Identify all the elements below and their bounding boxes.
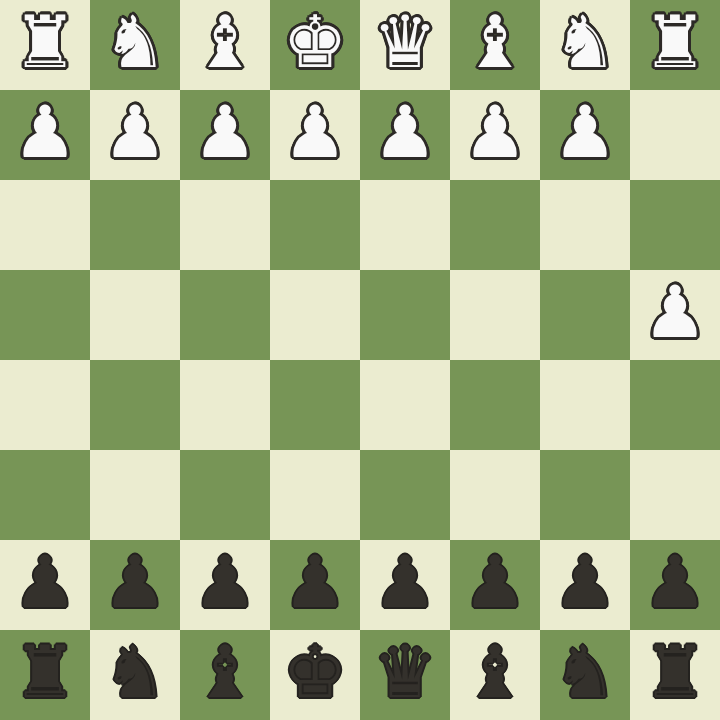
square-f7[interactable]: ♟ <box>180 540 270 630</box>
square-e2[interactable]: ♟ <box>270 90 360 180</box>
white-queen[interactable]: ♛ <box>373 0 438 87</box>
square-d4[interactable] <box>360 270 450 360</box>
square-g7[interactable]: ♟ <box>90 540 180 630</box>
square-c1[interactable]: ♝ <box>450 0 540 90</box>
black-bishop[interactable]: ♝ <box>193 630 258 717</box>
white-pawn[interactable]: ♟ <box>643 270 708 357</box>
square-f6[interactable] <box>180 450 270 540</box>
black-queen[interactable]: ♛ <box>373 630 438 717</box>
square-c5[interactable] <box>450 360 540 450</box>
white-knight[interactable]: ♞ <box>103 0 168 87</box>
square-b3[interactable] <box>540 180 630 270</box>
white-bishop[interactable]: ♝ <box>463 0 528 87</box>
square-a4[interactable]: ♟ <box>630 270 720 360</box>
square-d5[interactable] <box>360 360 450 450</box>
square-g6[interactable] <box>90 450 180 540</box>
square-c3[interactable] <box>450 180 540 270</box>
white-pawn[interactable]: ♟ <box>193 90 258 177</box>
square-g3[interactable] <box>90 180 180 270</box>
black-bishop[interactable]: ♝ <box>463 630 528 717</box>
square-e3[interactable] <box>270 180 360 270</box>
white-king[interactable]: ♚ <box>283 0 348 87</box>
square-b1[interactable]: ♞ <box>540 0 630 90</box>
square-a3[interactable] <box>630 180 720 270</box>
square-b4[interactable] <box>540 270 630 360</box>
square-e7[interactable]: ♟ <box>270 540 360 630</box>
square-c4[interactable] <box>450 270 540 360</box>
square-h8[interactable]: ♜ <box>0 630 90 720</box>
white-pawn[interactable]: ♟ <box>103 90 168 177</box>
black-pawn[interactable]: ♟ <box>643 540 708 627</box>
square-b6[interactable] <box>540 450 630 540</box>
square-a5[interactable] <box>630 360 720 450</box>
square-e5[interactable] <box>270 360 360 450</box>
square-h7[interactable]: ♟ <box>0 540 90 630</box>
square-a8[interactable]: ♜ <box>630 630 720 720</box>
square-b7[interactable]: ♟ <box>540 540 630 630</box>
black-pawn[interactable]: ♟ <box>553 540 618 627</box>
square-f5[interactable] <box>180 360 270 450</box>
square-c8[interactable]: ♝ <box>450 630 540 720</box>
white-rook[interactable]: ♜ <box>13 0 78 87</box>
chess-board: ♜♞♝♚♛♝♞♜♟♟♟♟♟♟♟♟♟♟♟♟♟♟♟♟♜♞♝♚♛♝♞♜ <box>0 0 720 720</box>
square-c7[interactable]: ♟ <box>450 540 540 630</box>
square-b8[interactable]: ♞ <box>540 630 630 720</box>
black-pawn[interactable]: ♟ <box>373 540 438 627</box>
square-f1[interactable]: ♝ <box>180 0 270 90</box>
square-a6[interactable] <box>630 450 720 540</box>
square-a2[interactable] <box>630 90 720 180</box>
black-pawn[interactable]: ♟ <box>13 540 78 627</box>
square-g8[interactable]: ♞ <box>90 630 180 720</box>
square-h5[interactable] <box>0 360 90 450</box>
white-pawn[interactable]: ♟ <box>553 90 618 177</box>
white-knight[interactable]: ♞ <box>553 0 618 87</box>
square-h1[interactable]: ♜ <box>0 0 90 90</box>
square-d2[interactable]: ♟ <box>360 90 450 180</box>
square-h4[interactable] <box>0 270 90 360</box>
square-g4[interactable] <box>90 270 180 360</box>
square-g2[interactable]: ♟ <box>90 90 180 180</box>
white-bishop[interactable]: ♝ <box>193 0 258 87</box>
black-rook[interactable]: ♜ <box>643 630 708 717</box>
square-e1[interactable]: ♚ <box>270 0 360 90</box>
square-b2[interactable]: ♟ <box>540 90 630 180</box>
square-c2[interactable]: ♟ <box>450 90 540 180</box>
square-g5[interactable] <box>90 360 180 450</box>
square-h6[interactable] <box>0 450 90 540</box>
square-h3[interactable] <box>0 180 90 270</box>
white-pawn[interactable]: ♟ <box>283 90 348 177</box>
square-f3[interactable] <box>180 180 270 270</box>
square-f8[interactable]: ♝ <box>180 630 270 720</box>
square-f4[interactable] <box>180 270 270 360</box>
square-d8[interactable]: ♛ <box>360 630 450 720</box>
white-pawn[interactable]: ♟ <box>463 90 528 177</box>
square-g1[interactable]: ♞ <box>90 0 180 90</box>
black-pawn[interactable]: ♟ <box>103 540 168 627</box>
square-d1[interactable]: ♛ <box>360 0 450 90</box>
square-e8[interactable]: ♚ <box>270 630 360 720</box>
square-d6[interactable] <box>360 450 450 540</box>
square-d7[interactable]: ♟ <box>360 540 450 630</box>
square-b5[interactable] <box>540 360 630 450</box>
white-rook[interactable]: ♜ <box>643 0 708 87</box>
black-pawn[interactable]: ♟ <box>463 540 528 627</box>
black-rook[interactable]: ♜ <box>13 630 78 717</box>
square-f2[interactable]: ♟ <box>180 90 270 180</box>
black-king[interactable]: ♚ <box>283 630 348 717</box>
square-a7[interactable]: ♟ <box>630 540 720 630</box>
white-pawn[interactable]: ♟ <box>13 90 78 177</box>
black-pawn[interactable]: ♟ <box>283 540 348 627</box>
square-c6[interactable] <box>450 450 540 540</box>
square-e6[interactable] <box>270 450 360 540</box>
square-e4[interactable] <box>270 270 360 360</box>
white-pawn[interactable]: ♟ <box>373 90 438 177</box>
square-a1[interactable]: ♜ <box>630 0 720 90</box>
square-d3[interactable] <box>360 180 450 270</box>
square-h2[interactable]: ♟ <box>0 90 90 180</box>
black-pawn[interactable]: ♟ <box>193 540 258 627</box>
black-knight[interactable]: ♞ <box>553 630 618 717</box>
black-knight[interactable]: ♞ <box>103 630 168 717</box>
